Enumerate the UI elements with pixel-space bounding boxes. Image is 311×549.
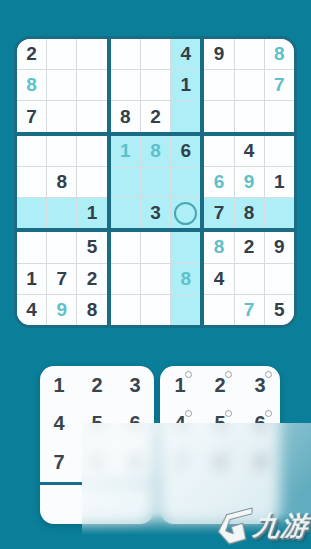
cell-r9c7[interactable]: [204, 295, 233, 325]
cell-r5c6[interactable]: [171, 167, 200, 197]
cell-r6c2[interactable]: [47, 198, 76, 228]
cell-r9c8[interactable]: 7: [235, 295, 264, 325]
cell-r7c3[interactable]: 5: [77, 232, 106, 262]
cell-r7c2[interactable]: [47, 232, 76, 262]
cell-r7c9[interactable]: 9: [265, 232, 294, 262]
cell-r3c8[interactable]: [235, 101, 264, 131]
cell-r9c3[interactable]: 8: [77, 295, 106, 325]
cell-r5c2[interactable]: 8: [47, 167, 76, 197]
cell-r4c9[interactable]: [265, 136, 294, 166]
cell-r8c1[interactable]: 1: [17, 264, 46, 294]
sudoku-board: 287418298781186346917851724988829475: [14, 36, 297, 328]
cell-r8c8[interactable]: [235, 264, 264, 294]
cell-r6c7[interactable]: 7: [204, 198, 233, 228]
cell-r5c9[interactable]: 1: [265, 167, 294, 197]
cell-r5c4[interactable]: [111, 167, 140, 197]
watermark-logo-icon: [215, 507, 253, 545]
cell-r7c7[interactable]: 8: [204, 232, 233, 262]
numpad-digit-4[interactable]: 4: [40, 405, 78, 444]
cell-r2c8[interactable]: [235, 70, 264, 100]
cell-r9c9[interactable]: 5: [265, 295, 294, 325]
cell-r1c4[interactable]: [111, 39, 140, 69]
box-2: 4182: [111, 39, 201, 132]
cell-r3c5[interactable]: 2: [141, 101, 170, 131]
cell-r5c5[interactable]: [141, 167, 170, 197]
sudoku-app: { "game": "sudoku", "position": { "notat…: [0, 0, 311, 549]
cell-r6c9[interactable]: [265, 198, 294, 228]
cell-r6c8[interactable]: 8: [235, 198, 264, 228]
note-ring-icon: [185, 410, 192, 417]
note-ring-icon: [225, 371, 232, 378]
box-9: 829475: [204, 232, 294, 325]
box-4: 81: [17, 136, 107, 229]
cell-r1c9[interactable]: 8: [265, 39, 294, 69]
cell-r1c8[interactable]: [235, 39, 264, 69]
cell-r5c3[interactable]: [77, 167, 106, 197]
watermark: 九游: [215, 507, 311, 545]
cell-r3c6[interactable]: [171, 101, 200, 131]
cell-r4c1[interactable]: [17, 136, 46, 166]
box-5: 1863: [111, 136, 201, 229]
cell-r2c2[interactable]: [47, 70, 76, 100]
cell-r2c4[interactable]: [111, 70, 140, 100]
cell-r3c1[interactable]: 7: [17, 101, 46, 131]
cell-r8c3[interactable]: 2: [77, 264, 106, 294]
cell-r9c2[interactable]: 9: [47, 295, 76, 325]
cell-r2c5[interactable]: [141, 70, 170, 100]
cell-r8c2[interactable]: 7: [47, 264, 76, 294]
cell-r1c2[interactable]: [47, 39, 76, 69]
cell-r4c2[interactable]: [47, 136, 76, 166]
cell-r9c6[interactable]: [171, 295, 200, 325]
cell-r1c7[interactable]: 9: [204, 39, 233, 69]
cell-r7c1[interactable]: [17, 232, 46, 262]
numpad-digit-2[interactable]: 2: [78, 366, 116, 405]
cell-r9c1[interactable]: 4: [17, 295, 46, 325]
watermark-text: 九游: [251, 508, 311, 544]
cell-r9c5[interactable]: [141, 295, 170, 325]
cell-r3c9[interactable]: [265, 101, 294, 131]
cell-r2c3[interactable]: [77, 70, 106, 100]
cell-r6c6[interactable]: [171, 198, 200, 228]
cell-r4c8[interactable]: 4: [235, 136, 264, 166]
cell-r7c5[interactable]: [141, 232, 170, 262]
cell-r4c6[interactable]: 6: [171, 136, 200, 166]
cell-r8c5[interactable]: [141, 264, 170, 294]
cell-r4c4[interactable]: 1: [111, 136, 140, 166]
numpad-digit-3[interactable]: 3: [116, 366, 154, 405]
cell-r5c8[interactable]: 9: [235, 167, 264, 197]
cell-r3c2[interactable]: [47, 101, 76, 131]
cell-r5c1[interactable]: [17, 167, 46, 197]
box-3: 987: [204, 39, 294, 132]
cell-r1c6[interactable]: 4: [171, 39, 200, 69]
notepad-digit-3[interactable]: 3: [240, 366, 280, 405]
cell-r7c8[interactable]: 2: [235, 232, 264, 262]
box-8: 8: [111, 232, 201, 325]
cell-r1c5[interactable]: [141, 39, 170, 69]
cell-r8c7[interactable]: 4: [204, 264, 233, 294]
cell-r8c4[interactable]: [111, 264, 140, 294]
notepad-digit-2[interactable]: 2: [200, 366, 240, 405]
numpad-digit-1[interactable]: 1: [40, 366, 78, 405]
cell-r3c3[interactable]: [77, 101, 106, 131]
cell-r3c7[interactable]: [204, 101, 233, 131]
cell-r9c4[interactable]: [111, 295, 140, 325]
note-ring-icon: [265, 410, 272, 417]
cell-r7c6[interactable]: [171, 232, 200, 262]
cell-r8c9[interactable]: [265, 264, 294, 294]
cell-r4c7[interactable]: [204, 136, 233, 166]
cell-r1c3[interactable]: [77, 39, 106, 69]
cell-r2c1[interactable]: 8: [17, 70, 46, 100]
cell-r5c7[interactable]: 6: [204, 167, 233, 197]
cell-r6c5[interactable]: 3: [141, 198, 170, 228]
cell-r1c1[interactable]: 2: [17, 39, 46, 69]
cell-r2c9[interactable]: 7: [265, 70, 294, 100]
cell-r7c4[interactable]: [111, 232, 140, 262]
cell-r3c4[interactable]: 8: [111, 101, 140, 131]
box-6: 469178: [204, 136, 294, 229]
box-1: 287: [17, 39, 107, 132]
numpad-digit-7[interactable]: 7: [40, 443, 78, 482]
cell-r6c4[interactable]: [111, 198, 140, 228]
cell-r4c3[interactable]: [77, 136, 106, 166]
notepad-digit-1[interactable]: 1: [160, 366, 200, 405]
cell-r2c7[interactable]: [204, 70, 233, 100]
cell-r6c1[interactable]: [17, 198, 46, 228]
cell-r6c3[interactable]: 1: [77, 198, 106, 228]
box-7: 5172498: [17, 232, 107, 325]
cell-r2c6[interactable]: 1: [171, 70, 200, 100]
note-ring-icon: [185, 371, 192, 378]
cell-r4c5[interactable]: 8: [141, 136, 170, 166]
cell-r8c6[interactable]: 8: [171, 264, 200, 294]
note-ring-icon: [225, 410, 232, 417]
note-ring-icon: [265, 371, 272, 378]
